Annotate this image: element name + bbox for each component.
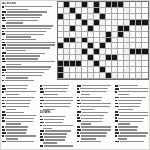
clue-line <box>2 94 36 95</box>
clue-number <box>2 58 5 60</box>
clue-text <box>43 128 52 129</box>
clue-text <box>7 141 34 142</box>
clue-line <box>2 47 55 49</box>
clue-number <box>77 85 81 87</box>
clue-text <box>6 58 38 59</box>
clue-line <box>2 50 55 51</box>
clue-text <box>5 80 34 81</box>
clue-number <box>2 106 6 108</box>
clue-line <box>2 103 36 105</box>
clue-line <box>77 94 111 95</box>
clue-text <box>5 39 36 40</box>
clue-text <box>81 135 106 136</box>
clue-line <box>77 132 111 134</box>
clue-line <box>2 69 55 71</box>
clue-text <box>7 20 38 21</box>
clue-text <box>7 53 45 54</box>
clue-number <box>40 116 42 118</box>
clue-number <box>115 132 119 134</box>
clue-text <box>43 133 68 134</box>
clue-number <box>115 135 117 137</box>
clue-text <box>6 75 42 76</box>
clue-text <box>120 88 149 89</box>
clue-number <box>77 141 79 143</box>
clue-line <box>2 11 55 13</box>
clue-text <box>120 141 145 142</box>
clue-text <box>120 115 148 116</box>
clue-text <box>45 139 66 140</box>
clue-text <box>7 28 51 29</box>
clue-number <box>2 114 6 116</box>
clue-line <box>115 85 149 87</box>
clue-number <box>2 129 5 131</box>
clue-line <box>2 91 36 93</box>
clue-number <box>2 85 5 87</box>
clue-number <box>115 114 119 116</box>
clue-text <box>45 130 72 131</box>
clue-text <box>5 91 36 92</box>
clue-number <box>77 129 81 131</box>
clue-line <box>77 106 111 108</box>
clue-line <box>77 126 111 128</box>
clue-line <box>2 6 55 8</box>
clue-text <box>80 88 108 89</box>
clue-text <box>81 126 111 127</box>
clue-text <box>44 136 67 137</box>
clue-number <box>2 132 6 134</box>
clue-text <box>7 61 55 62</box>
clue-line <box>115 120 149 122</box>
clue-line <box>77 114 111 116</box>
clue-line <box>40 85 74 87</box>
clue-line <box>115 123 149 124</box>
clue-line <box>2 72 55 74</box>
clue-number <box>40 85 42 87</box>
clue-text <box>118 109 133 110</box>
clue-line <box>40 116 74 118</box>
clue-number <box>2 52 6 54</box>
clue-text <box>6 123 21 124</box>
clue-text <box>45 91 67 92</box>
clue-number <box>77 111 81 113</box>
clue-text <box>120 132 149 133</box>
clue-text <box>6 64 21 65</box>
clue-number <box>40 119 43 121</box>
crossword-puzzle-page: ACROSS DOWN: <box>0 0 150 150</box>
clue-text <box>6 36 31 37</box>
clue-text <box>80 132 107 133</box>
clue-line <box>2 58 55 60</box>
clue-number <box>77 97 79 99</box>
clue-line <box>2 20 55 22</box>
clue-text <box>6 77 29 78</box>
clue-line <box>115 135 149 137</box>
clue-line <box>2 109 36 110</box>
clue-text <box>6 109 17 110</box>
clue-number <box>77 88 79 90</box>
clue-line <box>77 123 111 124</box>
clue-line <box>2 25 55 27</box>
clue-number <box>2 11 6 13</box>
bottom-clue-column: DOWN: <box>40 85 74 148</box>
clue-text <box>43 142 57 143</box>
clue-number <box>2 55 4 57</box>
clue-number <box>115 126 117 128</box>
clue-text <box>82 85 111 86</box>
clue-line <box>2 111 36 113</box>
clue-text <box>5 135 36 136</box>
clue-text <box>118 91 148 92</box>
clue-line <box>2 97 36 99</box>
clue-number <box>40 122 44 124</box>
clue-text <box>6 17 40 18</box>
clue-text <box>7 11 47 12</box>
clue-text <box>82 129 111 130</box>
clue-number <box>40 100 44 102</box>
clue-text <box>44 106 70 107</box>
clue-number <box>2 44 6 46</box>
clue-line <box>40 128 74 129</box>
clue-line <box>115 91 149 93</box>
clue-line <box>77 100 111 102</box>
clue-number <box>2 111 5 113</box>
clue-text <box>118 118 144 119</box>
clue-number <box>2 88 6 90</box>
clue-text <box>118 94 129 95</box>
clue-text <box>81 123 92 124</box>
clue-number <box>40 145 43 147</box>
clue-number <box>2 135 4 137</box>
clue-text <box>120 106 140 107</box>
clue-number <box>115 85 118 87</box>
clue-number <box>2 100 4 102</box>
clue-number <box>40 88 43 90</box>
clue-line <box>2 66 55 68</box>
clue-number <box>2 20 6 22</box>
clue-line <box>2 80 55 82</box>
clue-number <box>115 106 119 108</box>
clue-text <box>44 97 74 98</box>
clue-number <box>115 88 119 90</box>
crossword-grid <box>57 1 149 80</box>
across-label: ACROSS <box>2 2 55 5</box>
bottom-clue-column <box>115 85 149 148</box>
clue-number <box>40 106 43 108</box>
clue-text <box>7 97 35 98</box>
clue-line <box>2 100 36 102</box>
clue-line <box>115 138 149 139</box>
clue-text <box>80 106 110 107</box>
clue-text <box>82 112 108 113</box>
clue-line <box>40 142 74 143</box>
clue-line <box>2 55 55 57</box>
clue-number <box>40 130 44 132</box>
clue-number <box>2 120 5 122</box>
clue-line <box>77 120 111 122</box>
clue-text <box>43 85 69 86</box>
clue-number <box>77 106 79 108</box>
clue-line <box>2 135 36 137</box>
clue-number <box>2 97 6 99</box>
clue-text <box>6 138 18 139</box>
clue-text <box>118 126 138 127</box>
clue-number <box>40 136 43 138</box>
clue-line <box>40 103 74 105</box>
clue-line <box>2 75 55 77</box>
clue-line <box>2 33 55 35</box>
clue-line <box>115 132 149 134</box>
clue-text <box>80 141 101 142</box>
clue-text <box>80 115 104 116</box>
clue-text <box>118 100 142 101</box>
clue-line <box>115 94 149 95</box>
clue-number <box>77 91 80 93</box>
clue-line <box>115 126 149 128</box>
clue-number <box>115 117 117 119</box>
clue-text <box>7 88 27 89</box>
clue-text <box>5 55 40 56</box>
clue-text <box>80 97 102 98</box>
clue-line <box>2 126 36 128</box>
clue-text <box>43 125 74 126</box>
clue-text <box>45 100 74 101</box>
clue-line <box>40 88 74 90</box>
clue-number <box>2 69 6 71</box>
bottom-clue-column <box>77 85 111 148</box>
clue-number <box>2 25 5 27</box>
down-label: DOWN: <box>40 111 74 114</box>
clue-text <box>81 94 90 95</box>
clue-line <box>115 100 149 102</box>
clue-text <box>6 22 24 23</box>
clue-line <box>40 100 74 102</box>
clue-text <box>119 129 137 130</box>
clue-number <box>115 111 118 113</box>
clue-text <box>6 66 51 67</box>
clue-line <box>2 88 36 90</box>
clue-number <box>2 126 4 128</box>
clue-line <box>2 52 55 54</box>
clue-line <box>115 97 149 99</box>
clue-line <box>115 106 149 108</box>
clue-number <box>2 47 4 49</box>
clue-number <box>40 133 42 135</box>
clue-number <box>77 100 80 102</box>
clue-text <box>118 138 127 139</box>
clue-line <box>115 117 149 119</box>
clue-line <box>2 132 36 134</box>
clue-number <box>115 97 119 99</box>
clue-line <box>2 14 55 16</box>
clue-text <box>44 88 68 89</box>
clue-line <box>2 17 55 19</box>
clue-text <box>118 123 130 124</box>
clue-line <box>115 111 149 113</box>
clue-number <box>40 97 43 99</box>
clue-line <box>2 9 55 10</box>
clue-line <box>115 109 149 110</box>
clue-number <box>77 114 79 116</box>
clue-line <box>77 85 111 87</box>
clue-text <box>7 115 36 116</box>
clue-line <box>77 129 111 131</box>
clue-text <box>6 50 26 51</box>
bottom-clue-column <box>2 85 36 148</box>
clue-text <box>81 118 103 119</box>
clue-line <box>2 138 36 139</box>
bottom-clues-panel: DOWN: <box>2 85 148 148</box>
clue-text <box>6 129 27 130</box>
clue-line <box>2 129 36 131</box>
clue-line <box>2 22 55 23</box>
clue-number <box>2 28 6 30</box>
clue-number <box>2 39 4 41</box>
clue-text <box>119 112 149 113</box>
clue-line <box>77 141 111 143</box>
clue-line <box>2 36 55 37</box>
clue-number <box>2 72 4 74</box>
clue-line <box>115 141 149 143</box>
clue-text <box>44 119 64 120</box>
clue-number <box>2 61 6 63</box>
clue-line <box>77 135 111 137</box>
clue-text <box>6 85 28 86</box>
clue-line <box>40 145 74 147</box>
clue-line <box>40 136 74 138</box>
clue-line <box>40 91 74 93</box>
clue-number <box>77 120 81 122</box>
clue-line <box>77 111 111 113</box>
clue-number <box>2 33 5 35</box>
clue-line <box>40 97 74 99</box>
across-clue-lines <box>2 6 55 81</box>
clue-number <box>2 66 5 68</box>
clue-line <box>2 61 55 63</box>
clue-line <box>40 106 74 108</box>
clue-line <box>2 64 55 65</box>
clue-text <box>5 14 42 15</box>
clue-number <box>115 103 118 105</box>
clue-text <box>81 109 95 110</box>
clue-text <box>5 100 31 101</box>
clue-number <box>77 135 80 137</box>
clue-text <box>5 72 44 73</box>
clue-number <box>40 139 44 141</box>
clue-number <box>40 103 42 105</box>
clue-text <box>119 121 143 122</box>
clue-text <box>6 112 24 113</box>
clue-line <box>2 106 36 108</box>
clue-number <box>77 126 80 128</box>
clue-line <box>40 119 74 121</box>
clue-text <box>5 6 52 7</box>
clue-line <box>2 114 36 116</box>
clue-number <box>2 80 4 82</box>
clue-text <box>7 44 55 45</box>
across-clues-panel: ACROSS <box>2 2 55 83</box>
clue-number <box>2 117 4 119</box>
clue-line <box>115 103 149 105</box>
clue-text <box>44 145 74 146</box>
clue-number <box>77 103 81 105</box>
clue-line <box>2 123 36 124</box>
clue-line <box>115 129 149 131</box>
clue-number <box>2 91 4 93</box>
clue-line <box>77 97 111 99</box>
clue-number <box>115 129 118 131</box>
clue-text <box>5 31 46 32</box>
clue-number <box>2 14 4 16</box>
clue-number <box>115 120 118 122</box>
clue-text <box>7 69 49 70</box>
clue-text <box>6 25 53 26</box>
clue-number <box>2 6 4 8</box>
clue-text <box>82 103 111 104</box>
clue-line <box>2 28 55 30</box>
clue-text <box>120 97 146 98</box>
clue-number <box>2 141 6 143</box>
clue-text <box>7 106 29 107</box>
clue-line <box>2 77 55 78</box>
clue-line <box>40 122 74 124</box>
clue-line <box>2 117 36 119</box>
clue-text <box>119 85 139 86</box>
clue-text <box>5 126 28 127</box>
clue-text <box>6 121 33 122</box>
clue-text <box>45 122 63 123</box>
clue-text <box>81 91 107 92</box>
clue-text <box>119 103 141 104</box>
clue-text <box>118 135 147 136</box>
clue-number <box>40 125 42 127</box>
clue-number <box>77 132 79 134</box>
clue-number <box>2 75 5 77</box>
clue-number <box>115 100 117 102</box>
clue-text <box>6 103 30 104</box>
clue-line <box>77 138 111 139</box>
clue-text <box>43 94 58 95</box>
clue-line <box>2 31 55 33</box>
clue-line <box>40 133 74 135</box>
clue-number <box>77 117 80 119</box>
clue-text <box>81 138 96 139</box>
clue-number <box>115 141 119 143</box>
clue-text <box>5 47 50 48</box>
clue-text <box>5 118 34 119</box>
clue-number <box>2 17 5 19</box>
clue-line <box>77 117 111 119</box>
clue-line <box>115 114 149 116</box>
clue-text <box>6 9 29 10</box>
clue-line <box>115 88 149 90</box>
clue-line <box>40 139 74 141</box>
clue-text <box>7 132 26 133</box>
clue-line <box>40 130 74 132</box>
clue-text <box>43 116 65 117</box>
clue-text <box>6 42 55 43</box>
clue-number <box>2 103 5 105</box>
clue-text <box>6 34 44 35</box>
clue-text <box>82 121 102 122</box>
clue-number <box>115 91 117 93</box>
clue-number <box>2 31 4 33</box>
clue-line <box>40 94 74 95</box>
clue-text <box>6 94 20 95</box>
white-cell[interactable] <box>142 73 148 79</box>
clue-line <box>2 141 36 143</box>
clue-line <box>2 85 36 87</box>
clue-line <box>40 125 74 127</box>
